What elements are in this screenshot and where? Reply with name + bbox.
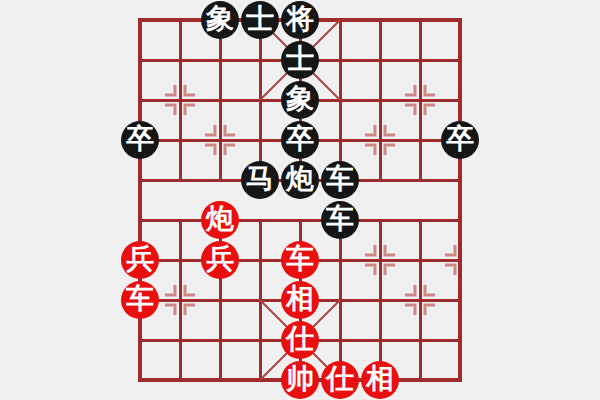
piece-black-soldier[interactable]: 卒 <box>441 121 479 159</box>
piece-glyph: 兵 <box>206 245 234 273</box>
piece-glyph: 相 <box>286 285 314 313</box>
piece-glyph: 士 <box>246 5 274 33</box>
piece-black-horse[interactable]: 马 <box>241 161 279 199</box>
piece-glyph: 帅 <box>286 365 314 393</box>
piece-red-elephant[interactable]: 相 <box>361 361 399 399</box>
piece-glyph: 将 <box>286 5 314 33</box>
piece-black-soldier[interactable]: 卒 <box>121 121 159 159</box>
piece-black-chariot[interactable]: 车 <box>321 201 359 239</box>
xiangqi-app-screen: 象士将士象卒卒卒马炮车车炮兵兵车车相仕帅仕相 <box>0 0 600 400</box>
piece-red-soldier[interactable]: 兵 <box>121 241 159 279</box>
piece-glyph: 炮 <box>286 165 314 193</box>
piece-glyph: 兵 <box>126 245 154 273</box>
piece-red-advisor[interactable]: 仕 <box>281 321 319 359</box>
piece-glyph: 仕 <box>326 365 354 393</box>
piece-black-advisor[interactable]: 士 <box>241 1 279 39</box>
piece-red-soldier[interactable]: 兵 <box>201 241 239 279</box>
piece-black-chariot[interactable]: 车 <box>321 161 359 199</box>
piece-glyph: 炮 <box>206 205 234 233</box>
piece-glyph: 仕 <box>286 325 314 353</box>
piece-red-general[interactable]: 帅 <box>281 361 319 399</box>
piece-glyph: 卒 <box>446 125 474 153</box>
piece-glyph: 象 <box>286 85 314 113</box>
piece-red-advisor[interactable]: 仕 <box>321 361 359 399</box>
piece-black-advisor[interactable]: 士 <box>281 41 319 79</box>
piece-glyph: 卒 <box>126 125 154 153</box>
piece-black-general[interactable]: 将 <box>281 1 319 39</box>
piece-black-cannon[interactable]: 炮 <box>281 161 319 199</box>
piece-glyph: 相 <box>366 365 394 393</box>
piece-red-elephant[interactable]: 相 <box>281 281 319 319</box>
piece-red-chariot[interactable]: 车 <box>281 241 319 279</box>
piece-glyph: 车 <box>126 285 154 313</box>
piece-black-soldier[interactable]: 卒 <box>281 121 319 159</box>
piece-glyph: 马 <box>246 165 274 193</box>
piece-black-elephant[interactable]: 象 <box>201 1 239 39</box>
piece-glyph: 象 <box>206 5 234 33</box>
piece-glyph: 车 <box>326 205 354 233</box>
piece-glyph: 卒 <box>286 125 314 153</box>
piece-red-cannon[interactable]: 炮 <box>201 201 239 239</box>
piece-glyph: 车 <box>286 245 314 273</box>
piece-glyph: 车 <box>326 165 354 193</box>
piece-black-elephant[interactable]: 象 <box>281 81 319 119</box>
xiangqi-piece-grid: 象士将士象卒卒卒马炮车车炮兵兵车车相仕帅仕相 <box>120 0 480 400</box>
piece-glyph: 士 <box>286 45 314 73</box>
piece-red-chariot[interactable]: 车 <box>121 281 159 319</box>
